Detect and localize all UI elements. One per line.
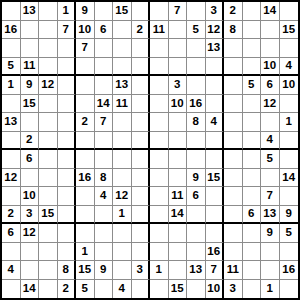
cell-r15c4[interactable]: 8 [58,261,77,280]
cell-r15c13[interactable]: 11 [224,261,243,280]
cell-r13c13[interactable] [224,224,243,243]
cell-r5c5[interactable] [76,76,95,95]
cell-r8c4[interactable] [58,132,77,151]
cell-r10c13[interactable] [224,169,243,188]
cell-r8c7[interactable] [113,132,132,151]
cell-r11c12[interactable] [206,187,225,206]
cell-r2c3[interactable] [39,21,58,40]
cell-r9c10[interactable] [169,150,188,169]
cell-r4c10[interactable] [169,58,188,77]
cell-r3c1[interactable] [2,39,21,58]
cell-r8c13[interactable] [224,132,243,151]
cell-r1c8[interactable] [132,2,151,21]
cell-r7c5[interactable]: 2 [76,113,95,132]
cell-r12c1[interactable]: 2 [2,206,21,225]
cell-r14c9[interactable] [150,243,169,262]
cell-r6c1[interactable] [2,95,21,114]
cell-r14c13[interactable] [224,243,243,262]
cell-r2c4[interactable]: 7 [58,21,77,40]
cell-r15c7[interactable] [113,261,132,280]
cell-r5c6[interactable] [95,76,114,95]
cell-r5c2[interactable]: 9 [21,76,40,95]
cell-r3c12[interactable]: 13 [206,39,225,58]
cell-r3c2[interactable] [21,39,40,58]
cell-r9c4[interactable] [58,150,77,169]
cell-r15c5[interactable]: 15 [76,261,95,280]
cell-r8c3[interactable] [39,132,58,151]
cell-r9c16[interactable] [280,150,299,169]
cell-r16c7[interactable]: 4 [113,280,132,299]
cell-r16c16[interactable] [280,280,299,299]
cell-r5c4[interactable] [58,76,77,95]
cell-r13c12[interactable] [206,224,225,243]
cell-r9c9[interactable] [150,150,169,169]
cell-r7c14[interactable] [243,113,262,132]
cell-r10c11[interactable]: 9 [187,169,206,188]
cell-r9c1[interactable] [2,150,21,169]
cell-r3c14[interactable] [243,39,262,58]
cell-r6c4[interactable] [58,95,77,114]
cell-r5c9[interactable] [150,76,169,95]
cell-r1c9[interactable] [150,2,169,21]
cell-r12c16[interactable]: 9 [280,206,299,225]
cell-r11c8[interactable] [132,187,151,206]
cell-r16c4[interactable]: 2 [58,280,77,299]
cell-r6c13[interactable] [224,95,243,114]
cell-r7c13[interactable] [224,113,243,132]
cell-r2c2[interactable] [21,21,40,40]
cell-r3c8[interactable] [132,39,151,58]
cell-r4c7[interactable] [113,58,132,77]
cell-r3c9[interactable] [150,39,169,58]
cell-r16c11[interactable] [187,280,206,299]
cell-r14c4[interactable] [58,243,77,262]
cell-r10c16[interactable]: 14 [280,169,299,188]
cell-r15c11[interactable]: 13 [187,261,206,280]
cell-r3c5[interactable]: 7 [76,39,95,58]
cell-r10c7[interactable] [113,169,132,188]
cell-r2c6[interactable]: 6 [95,21,114,40]
cell-r8c15[interactable]: 4 [261,132,280,151]
cell-r16c1[interactable] [2,280,21,299]
cell-r12c6[interactable] [95,206,114,225]
cell-r2c7[interactable] [113,21,132,40]
cell-r6c9[interactable] [150,95,169,114]
cell-r3c11[interactable] [187,39,206,58]
cell-r7c3[interactable] [39,113,58,132]
cell-r13c7[interactable] [113,224,132,243]
cell-r5c14[interactable]: 5 [243,76,262,95]
cell-r15c15[interactable] [261,261,280,280]
cell-r1c3[interactable] [39,2,58,21]
cell-r5c1[interactable]: 1 [2,76,21,95]
cell-r6c6[interactable]: 14 [95,95,114,114]
cell-r10c3[interactable] [39,169,58,188]
cell-r4c8[interactable] [132,58,151,77]
cell-r15c16[interactable]: 16 [280,261,299,280]
cell-r7c11[interactable]: 8 [187,113,206,132]
cell-r13c14[interactable] [243,224,262,243]
cell-r14c15[interactable] [261,243,280,262]
cell-r7c16[interactable]: 1 [280,113,299,132]
cell-r12c10[interactable]: 14 [169,206,188,225]
cell-r12c11[interactable] [187,206,206,225]
cell-r9c5[interactable] [76,150,95,169]
cell-r9c12[interactable] [206,150,225,169]
cell-r14c10[interactable] [169,243,188,262]
cell-r7c6[interactable]: 7 [95,113,114,132]
cell-r15c1[interactable]: 4 [2,261,21,280]
cell-r4c3[interactable] [39,58,58,77]
cell-r11c9[interactable] [150,187,169,206]
cell-r14c12[interactable]: 16 [206,243,225,262]
cell-r7c2[interactable] [21,113,40,132]
cell-r14c5[interactable]: 1 [76,243,95,262]
cell-r10c9[interactable] [150,169,169,188]
cell-r15c14[interactable] [243,261,262,280]
cell-r15c8[interactable]: 3 [132,261,151,280]
cell-r9c6[interactable] [95,150,114,169]
cell-r5c15[interactable]: 6 [261,76,280,95]
cell-r9c8[interactable] [132,150,151,169]
cell-r7c4[interactable] [58,113,77,132]
cell-r15c2[interactable] [21,261,40,280]
cell-r5c13[interactable] [224,76,243,95]
cell-r8c6[interactable] [95,132,114,151]
cell-r2c5[interactable]: 10 [76,21,95,40]
cell-r8c16[interactable] [280,132,299,151]
cell-r15c3[interactable] [39,261,58,280]
cell-r10c2[interactable] [21,169,40,188]
cell-r11c4[interactable] [58,187,77,206]
cell-r4c4[interactable] [58,58,77,77]
cell-r4c14[interactable] [243,58,262,77]
cell-r5c3[interactable]: 12 [39,76,58,95]
cell-r13c3[interactable] [39,224,58,243]
cell-r4c16[interactable]: 4 [280,58,299,77]
cell-r13c4[interactable] [58,224,77,243]
cell-r4c12[interactable] [206,58,225,77]
cell-r11c6[interactable]: 4 [95,187,114,206]
cell-r8c2[interactable]: 2 [21,132,40,151]
cell-r5c16[interactable]: 10 [280,76,299,95]
cell-r13c11[interactable] [187,224,206,243]
cell-r1c5[interactable]: 9 [76,2,95,21]
cell-r16c2[interactable]: 14 [21,280,40,299]
cell-r10c6[interactable]: 8 [95,169,114,188]
cell-r12c14[interactable]: 6 [243,206,262,225]
cell-r1c12[interactable]: 3 [206,2,225,21]
cell-r4c13[interactable] [224,58,243,77]
cell-r12c3[interactable]: 15 [39,206,58,225]
cell-r14c16[interactable] [280,243,299,262]
cell-r13c2[interactable]: 12 [21,224,40,243]
cell-r12c7[interactable]: 1 [113,206,132,225]
cell-r4c1[interactable]: 5 [2,58,21,77]
cell-r10c8[interactable] [132,169,151,188]
cell-r6c15[interactable]: 12 [261,95,280,114]
cell-r10c15[interactable] [261,169,280,188]
cell-r7c8[interactable] [132,113,151,132]
cell-r7c9[interactable] [150,113,169,132]
cell-r14c14[interactable] [243,243,262,262]
cell-r12c4[interactable] [58,206,77,225]
cell-r16c3[interactable] [39,280,58,299]
cell-r5c7[interactable]: 13 [113,76,132,95]
cell-r5c10[interactable]: 3 [169,76,188,95]
cell-r7c1[interactable]: 13 [2,113,21,132]
cell-r4c11[interactable] [187,58,206,77]
cell-r12c8[interactable] [132,206,151,225]
cell-r3c3[interactable] [39,39,58,58]
cell-r13c6[interactable] [95,224,114,243]
cell-r9c15[interactable]: 5 [261,150,280,169]
cell-r16c12[interactable]: 10 [206,280,225,299]
cell-r12c9[interactable] [150,206,169,225]
cell-r8c11[interactable] [187,132,206,151]
cell-r3c16[interactable] [280,39,299,58]
cell-r2c12[interactable]: 12 [206,21,225,40]
cell-r8c12[interactable] [206,132,225,151]
cell-r4c9[interactable] [150,58,169,77]
cell-r6c3[interactable] [39,95,58,114]
cell-r9c7[interactable] [113,150,132,169]
cell-r4c15[interactable]: 10 [261,58,280,77]
cell-r7c7[interactable] [113,113,132,132]
cell-r16c8[interactable] [132,280,151,299]
cell-r13c16[interactable]: 5 [280,224,299,243]
cell-r16c10[interactable]: 15 [169,280,188,299]
cell-r7c12[interactable]: 4 [206,113,225,132]
cell-r16c9[interactable] [150,280,169,299]
cell-r1c4[interactable]: 1 [58,2,77,21]
cell-r12c15[interactable]: 13 [261,206,280,225]
cell-r16c13[interactable]: 3 [224,280,243,299]
cell-r14c1[interactable] [2,243,21,262]
cell-r6c10[interactable]: 10 [169,95,188,114]
cell-r13c15[interactable]: 9 [261,224,280,243]
cell-r8c5[interactable] [76,132,95,151]
cell-r1c15[interactable]: 14 [261,2,280,21]
cell-r11c13[interactable] [224,187,243,206]
cell-r6c12[interactable] [206,95,225,114]
cell-r15c12[interactable]: 7 [206,261,225,280]
cell-r1c14[interactable] [243,2,262,21]
cell-r1c2[interactable]: 13 [21,2,40,21]
cell-r2c11[interactable]: 5 [187,21,206,40]
cell-r5c11[interactable] [187,76,206,95]
cell-r11c5[interactable] [76,187,95,206]
cell-r16c14[interactable] [243,280,262,299]
cell-r2c10[interactable] [169,21,188,40]
sudoku-board: 1319157321416710621151281571351110419121… [0,0,300,300]
cell-r2c14[interactable] [243,21,262,40]
cell-r12c5[interactable] [76,206,95,225]
cell-r12c13[interactable] [224,206,243,225]
cell-r6c7[interactable]: 11 [113,95,132,114]
cell-r1c11[interactable] [187,2,206,21]
cell-r10c1[interactable]: 12 [2,169,21,188]
cell-r2c9[interactable]: 11 [150,21,169,40]
cell-r13c10[interactable] [169,224,188,243]
cell-r8c8[interactable] [132,132,151,151]
cell-r6c14[interactable] [243,95,262,114]
cell-r2c13[interactable]: 8 [224,21,243,40]
cell-r15c6[interactable]: 9 [95,261,114,280]
cell-r1c16[interactable] [280,2,299,21]
cell-r3c7[interactable] [113,39,132,58]
cell-r14c3[interactable] [39,243,58,262]
cell-r2c1[interactable]: 16 [2,21,21,40]
cell-r13c1[interactable]: 6 [2,224,21,243]
cell-r16c15[interactable]: 1 [261,280,280,299]
cell-r8c14[interactable] [243,132,262,151]
cell-r10c5[interactable]: 16 [76,169,95,188]
cell-r8c10[interactable] [169,132,188,151]
cell-r7c10[interactable] [169,113,188,132]
cell-r3c13[interactable] [224,39,243,58]
cell-r11c7[interactable]: 12 [113,187,132,206]
cell-r8c9[interactable] [150,132,169,151]
cell-r2c15[interactable] [261,21,280,40]
cell-r9c3[interactable] [39,150,58,169]
cell-r9c13[interactable] [224,150,243,169]
cell-r5c12[interactable] [206,76,225,95]
cell-r6c16[interactable] [280,95,299,114]
cell-r15c9[interactable]: 1 [150,261,169,280]
cell-r3c6[interactable] [95,39,114,58]
cell-r14c6[interactable] [95,243,114,262]
cell-r4c5[interactable] [76,58,95,77]
cell-r8c1[interactable] [2,132,21,151]
cell-r6c11[interactable]: 16 [187,95,206,114]
cell-r9c11[interactable] [187,150,206,169]
cell-r16c6[interactable] [95,280,114,299]
cell-r4c2[interactable]: 11 [21,58,40,77]
cell-r6c8[interactable] [132,95,151,114]
cell-r13c8[interactable] [132,224,151,243]
cell-r12c2[interactable]: 3 [21,206,40,225]
cell-r14c2[interactable] [21,243,40,262]
cell-r11c1[interactable] [2,187,21,206]
cell-r10c14[interactable] [243,169,262,188]
cell-r2c16[interactable]: 15 [280,21,299,40]
cell-r14c11[interactable] [187,243,206,262]
cell-r1c7[interactable]: 15 [113,2,132,21]
cell-r11c16[interactable] [280,187,299,206]
cell-r6c2[interactable]: 15 [21,95,40,114]
cell-r1c1[interactable] [2,2,21,21]
cell-r1c13[interactable]: 2 [224,2,243,21]
cell-r3c10[interactable] [169,39,188,58]
cell-r11c14[interactable] [243,187,262,206]
cell-r4c6[interactable] [95,58,114,77]
cell-r7c15[interactable] [261,113,280,132]
cell-r16c5[interactable]: 5 [76,280,95,299]
cell-r10c4[interactable] [58,169,77,188]
cell-r5c8[interactable] [132,76,151,95]
cell-r10c10[interactable] [169,169,188,188]
cell-r10c12[interactable]: 15 [206,169,225,188]
cell-r2c8[interactable]: 2 [132,21,151,40]
cell-r9c14[interactable] [243,150,262,169]
cell-r12c12[interactable] [206,206,225,225]
cell-r9c2[interactable]: 6 [21,150,40,169]
cell-r13c5[interactable] [76,224,95,243]
cell-r6c5[interactable] [76,95,95,114]
cell-r11c11[interactable]: 6 [187,187,206,206]
cell-r3c15[interactable] [261,39,280,58]
cell-r15c10[interactable] [169,261,188,280]
cell-r11c10[interactable]: 11 [169,187,188,206]
cell-r11c15[interactable]: 7 [261,187,280,206]
cell-r13c9[interactable] [150,224,169,243]
cell-r1c10[interactable]: 7 [169,2,188,21]
cell-r3c4[interactable] [58,39,77,58]
cell-r11c3[interactable] [39,187,58,206]
cell-r1c6[interactable] [95,2,114,21]
cell-r14c7[interactable] [113,243,132,262]
cell-r14c8[interactable] [132,243,151,262]
cell-r11c2[interactable]: 10 [21,187,40,206]
